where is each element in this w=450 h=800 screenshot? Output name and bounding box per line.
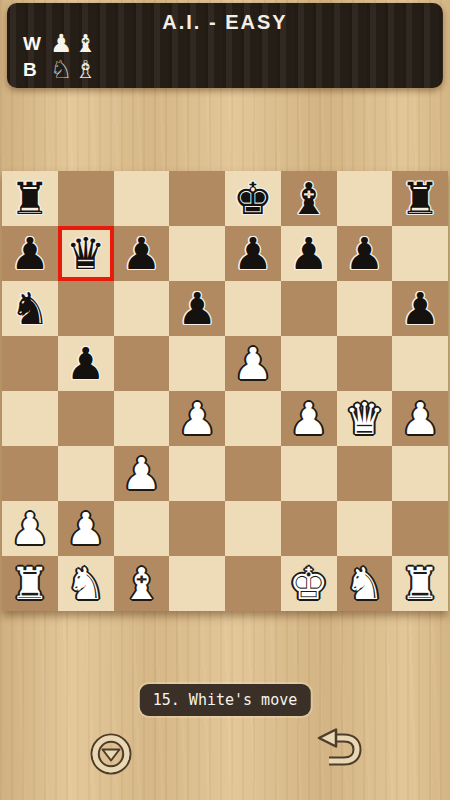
captured-row-black: B ♘♗	[23, 57, 97, 83]
square-g6[interactable]	[337, 281, 393, 336]
square-a5[interactable]	[2, 336, 58, 391]
square-e7[interactable]: ♟	[225, 226, 281, 281]
undo-button[interactable]	[316, 728, 362, 772]
square-h1[interactable]: ♜	[392, 556, 448, 611]
captured-white-bishop-icon: ♝	[74, 31, 96, 57]
square-d4[interactable]: ♟	[169, 391, 225, 446]
square-h8[interactable]: ♜	[392, 171, 448, 226]
square-g1[interactable]: ♞	[337, 556, 393, 611]
square-b5[interactable]: ♟	[58, 336, 114, 391]
square-c3[interactable]: ♟	[114, 446, 170, 501]
captured-black-knight-icon: ♘	[50, 57, 72, 83]
piece-white-pawn: ♟	[392, 391, 448, 446]
square-d7[interactable]	[169, 226, 225, 281]
top-bar: A.I. - EASY W ♟♝ B ♘♗	[7, 3, 443, 88]
piece-white-queen: ♛	[337, 391, 393, 446]
square-f2[interactable]	[281, 501, 337, 556]
square-e3[interactable]	[225, 446, 281, 501]
captured-row-white: W ♟♝	[23, 31, 97, 57]
square-a1[interactable]: ♜	[2, 556, 58, 611]
piece-white-bishop: ♝	[114, 556, 170, 611]
square-e5[interactable]: ♟	[225, 336, 281, 391]
piece-white-knight: ♞	[337, 556, 393, 611]
square-b4[interactable]	[58, 391, 114, 446]
square-h7[interactable]	[392, 226, 448, 281]
square-e6[interactable]	[225, 281, 281, 336]
square-c2[interactable]	[114, 501, 170, 556]
square-b7[interactable]: ♛	[58, 226, 114, 281]
square-g5[interactable]	[337, 336, 393, 391]
square-d2[interactable]	[169, 501, 225, 556]
piece-black-pawn: ♟	[114, 226, 170, 281]
black-row-label: B	[23, 57, 43, 83]
square-b1[interactable]: ♞	[58, 556, 114, 611]
square-d6[interactable]: ♟	[169, 281, 225, 336]
piece-black-pawn: ♟	[281, 226, 337, 281]
square-b3[interactable]	[58, 446, 114, 501]
piece-white-pawn: ♟	[169, 391, 225, 446]
chess-board: ♜♚♝♜♟♛♟♟♟♟♞♟♟♟♟♟♟♛♟♟♟♟♜♞♝♚♞♜	[2, 171, 448, 611]
piece-white-rook: ♜	[392, 556, 448, 611]
square-g2[interactable]	[337, 501, 393, 556]
square-b6[interactable]	[58, 281, 114, 336]
square-c1[interactable]: ♝	[114, 556, 170, 611]
square-b2[interactable]: ♟	[58, 501, 114, 556]
piece-black-king: ♚	[225, 171, 281, 226]
piece-black-pawn: ♟	[392, 281, 448, 336]
square-a4[interactable]	[2, 391, 58, 446]
square-d5[interactable]	[169, 336, 225, 391]
square-f7[interactable]: ♟	[281, 226, 337, 281]
captured-white-pawn-icon: ♟	[50, 31, 72, 57]
square-a2[interactable]: ♟	[2, 501, 58, 556]
piece-white-pawn: ♟	[114, 446, 170, 501]
piece-black-bishop: ♝	[281, 171, 337, 226]
square-h2[interactable]	[392, 501, 448, 556]
piece-black-pawn: ♟	[2, 226, 58, 281]
square-d3[interactable]	[169, 446, 225, 501]
piece-black-rook: ♜	[392, 171, 448, 226]
piece-white-king: ♚	[281, 556, 337, 611]
square-c5[interactable]	[114, 336, 170, 391]
down-arrow-circle-icon	[89, 731, 133, 777]
square-f5[interactable]	[281, 336, 337, 391]
square-h4[interactable]: ♟	[392, 391, 448, 446]
captured-white-pieces: ♟♝	[50, 31, 97, 57]
square-f4[interactable]: ♟	[281, 391, 337, 446]
game-mode-title: A.I. - EASY	[7, 3, 443, 34]
hint-down-button[interactable]	[89, 731, 133, 777]
square-f3[interactable]	[281, 446, 337, 501]
status-bubble: 15. White's move	[140, 684, 311, 716]
square-g3[interactable]	[337, 446, 393, 501]
square-e2[interactable]	[225, 501, 281, 556]
app-screen: A.I. - EASY W ♟♝ B ♘♗ ♜♚♝♜♟♛♟♟♟♟♞♟♟♟♟♟♟♛…	[0, 0, 450, 800]
square-a8[interactable]: ♜	[2, 171, 58, 226]
piece-white-pawn: ♟	[2, 501, 58, 556]
square-f1[interactable]: ♚	[281, 556, 337, 611]
square-a3[interactable]	[2, 446, 58, 501]
square-g8[interactable]	[337, 171, 393, 226]
square-b8[interactable]	[58, 171, 114, 226]
square-d1[interactable]	[169, 556, 225, 611]
square-a7[interactable]: ♟	[2, 226, 58, 281]
piece-black-rook: ♜	[2, 171, 58, 226]
square-d8[interactable]	[169, 171, 225, 226]
square-c4[interactable]	[114, 391, 170, 446]
square-c7[interactable]: ♟	[114, 226, 170, 281]
square-g7[interactable]: ♟	[337, 226, 393, 281]
square-h3[interactable]	[392, 446, 448, 501]
piece-black-pawn: ♟	[58, 336, 114, 391]
piece-white-pawn: ♟	[58, 501, 114, 556]
captured-black-pieces: ♘♗	[50, 57, 97, 83]
square-e1[interactable]	[225, 556, 281, 611]
square-h6[interactable]: ♟	[392, 281, 448, 336]
piece-black-pawn: ♟	[169, 281, 225, 336]
piece-white-knight: ♞	[58, 556, 114, 611]
piece-black-knight: ♞	[2, 281, 58, 336]
piece-black-pawn: ♟	[337, 226, 393, 281]
square-e4[interactable]	[225, 391, 281, 446]
square-a6[interactable]: ♞	[2, 281, 58, 336]
square-c6[interactable]	[114, 281, 170, 336]
square-e8[interactable]: ♚	[225, 171, 281, 226]
undo-arrow-icon	[316, 728, 362, 772]
piece-white-pawn: ♟	[281, 391, 337, 446]
captured-black-bishop-icon: ♗	[74, 57, 96, 83]
square-f6[interactable]	[281, 281, 337, 336]
square-h5[interactable]	[392, 336, 448, 391]
status-text: 15. White's move	[153, 691, 298, 709]
piece-black-pawn: ♟	[225, 226, 281, 281]
piece-white-rook: ♜	[2, 556, 58, 611]
square-f8[interactable]: ♝	[281, 171, 337, 226]
square-c8[interactable]	[114, 171, 170, 226]
white-row-label: W	[23, 31, 43, 57]
piece-black-queen: ♛	[58, 226, 114, 281]
square-g4[interactable]: ♛	[337, 391, 393, 446]
piece-white-pawn: ♟	[225, 336, 281, 391]
